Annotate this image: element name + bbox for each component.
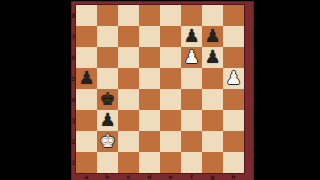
square-h8[interactable] bbox=[223, 5, 244, 26]
square-h4[interactable] bbox=[223, 89, 244, 110]
square-a7[interactable] bbox=[76, 26, 97, 47]
square-f2[interactable] bbox=[181, 131, 202, 152]
file-label-g: g bbox=[202, 173, 223, 180]
square-f6[interactable]: ♟ bbox=[181, 47, 202, 68]
square-a4[interactable] bbox=[76, 89, 97, 110]
file-label-c: c bbox=[118, 173, 139, 180]
white-pawn[interactable]: ♟ bbox=[183, 46, 199, 67]
square-h1[interactable] bbox=[223, 152, 244, 173]
square-e2[interactable] bbox=[160, 131, 181, 152]
square-f1[interactable] bbox=[181, 152, 202, 173]
square-b7[interactable] bbox=[97, 26, 118, 47]
square-g3[interactable] bbox=[202, 110, 223, 131]
black-pawn[interactable]: ♟ bbox=[183, 25, 199, 46]
square-f5[interactable] bbox=[181, 68, 202, 89]
square-h7[interactable] bbox=[223, 26, 244, 47]
square-a8[interactable] bbox=[76, 5, 97, 26]
square-e3[interactable] bbox=[160, 110, 181, 131]
square-g7[interactable]: ♟ bbox=[202, 26, 223, 47]
square-g4[interactable] bbox=[202, 89, 223, 110]
square-h5[interactable]: ♟ bbox=[223, 68, 244, 89]
square-b3[interactable]: ♟ bbox=[97, 110, 118, 131]
square-d1[interactable] bbox=[139, 152, 160, 173]
square-e7[interactable] bbox=[160, 26, 181, 47]
square-g6[interactable]: ♟ bbox=[202, 47, 223, 68]
file-label-a: a bbox=[76, 173, 97, 180]
black-pawn[interactable]: ♟ bbox=[99, 109, 115, 130]
square-c7[interactable] bbox=[118, 26, 139, 47]
square-d4[interactable] bbox=[139, 89, 160, 110]
square-a3[interactable] bbox=[76, 110, 97, 131]
square-c1[interactable] bbox=[118, 152, 139, 173]
square-c4[interactable] bbox=[118, 89, 139, 110]
file-label-b: b bbox=[97, 173, 118, 180]
square-e6[interactable] bbox=[160, 47, 181, 68]
square-e4[interactable] bbox=[160, 89, 181, 110]
square-h3[interactable] bbox=[223, 110, 244, 131]
file-labels: abcdefgh bbox=[76, 173, 244, 180]
square-h6[interactable] bbox=[223, 47, 244, 68]
square-f3[interactable] bbox=[181, 110, 202, 131]
square-g8[interactable] bbox=[202, 5, 223, 26]
white-king[interactable]: ♚ bbox=[99, 130, 115, 151]
square-c8[interactable] bbox=[118, 5, 139, 26]
square-a1[interactable] bbox=[76, 152, 97, 173]
chessboard-frame: 87654321 ♟♟♟♟♟♟♚♟♚ abcdefgh bbox=[71, 1, 254, 180]
chessboard-grid: ♟♟♟♟♟♟♚♟♚ bbox=[76, 5, 244, 173]
square-f7[interactable]: ♟ bbox=[181, 26, 202, 47]
square-c5[interactable] bbox=[118, 68, 139, 89]
square-a5[interactable]: ♟ bbox=[76, 68, 97, 89]
square-f8[interactable] bbox=[181, 5, 202, 26]
square-a6[interactable] bbox=[76, 47, 97, 68]
square-b4[interactable]: ♚ bbox=[97, 89, 118, 110]
square-h2[interactable] bbox=[223, 131, 244, 152]
square-c6[interactable] bbox=[118, 47, 139, 68]
black-king[interactable]: ♚ bbox=[99, 88, 115, 109]
square-d6[interactable] bbox=[139, 47, 160, 68]
square-c3[interactable] bbox=[118, 110, 139, 131]
square-b2[interactable]: ♚ bbox=[97, 131, 118, 152]
square-b8[interactable] bbox=[97, 5, 118, 26]
square-g2[interactable] bbox=[202, 131, 223, 152]
square-c2[interactable] bbox=[118, 131, 139, 152]
square-a2[interactable] bbox=[76, 131, 97, 152]
square-g5[interactable] bbox=[202, 68, 223, 89]
file-label-e: e bbox=[160, 173, 181, 180]
square-f4[interactable] bbox=[181, 89, 202, 110]
file-label-f: f bbox=[181, 173, 202, 180]
black-pawn[interactable]: ♟ bbox=[204, 25, 220, 46]
black-pawn[interactable]: ♟ bbox=[204, 46, 220, 67]
square-e5[interactable] bbox=[160, 68, 181, 89]
square-d2[interactable] bbox=[139, 131, 160, 152]
chess-app-background: 87654321 ♟♟♟♟♟♟♚♟♚ abcdefgh bbox=[0, 0, 320, 180]
square-d7[interactable] bbox=[139, 26, 160, 47]
white-pawn[interactable]: ♟ bbox=[225, 67, 241, 88]
file-label-d: d bbox=[139, 173, 160, 180]
square-d3[interactable] bbox=[139, 110, 160, 131]
square-d5[interactable] bbox=[139, 68, 160, 89]
square-g1[interactable] bbox=[202, 152, 223, 173]
square-e1[interactable] bbox=[160, 152, 181, 173]
file-label-h: h bbox=[223, 173, 244, 180]
square-b6[interactable] bbox=[97, 47, 118, 68]
square-b1[interactable] bbox=[97, 152, 118, 173]
square-d8[interactable] bbox=[139, 5, 160, 26]
black-pawn[interactable]: ♟ bbox=[78, 67, 94, 88]
square-e8[interactable] bbox=[160, 5, 181, 26]
square-b5[interactable] bbox=[97, 68, 118, 89]
